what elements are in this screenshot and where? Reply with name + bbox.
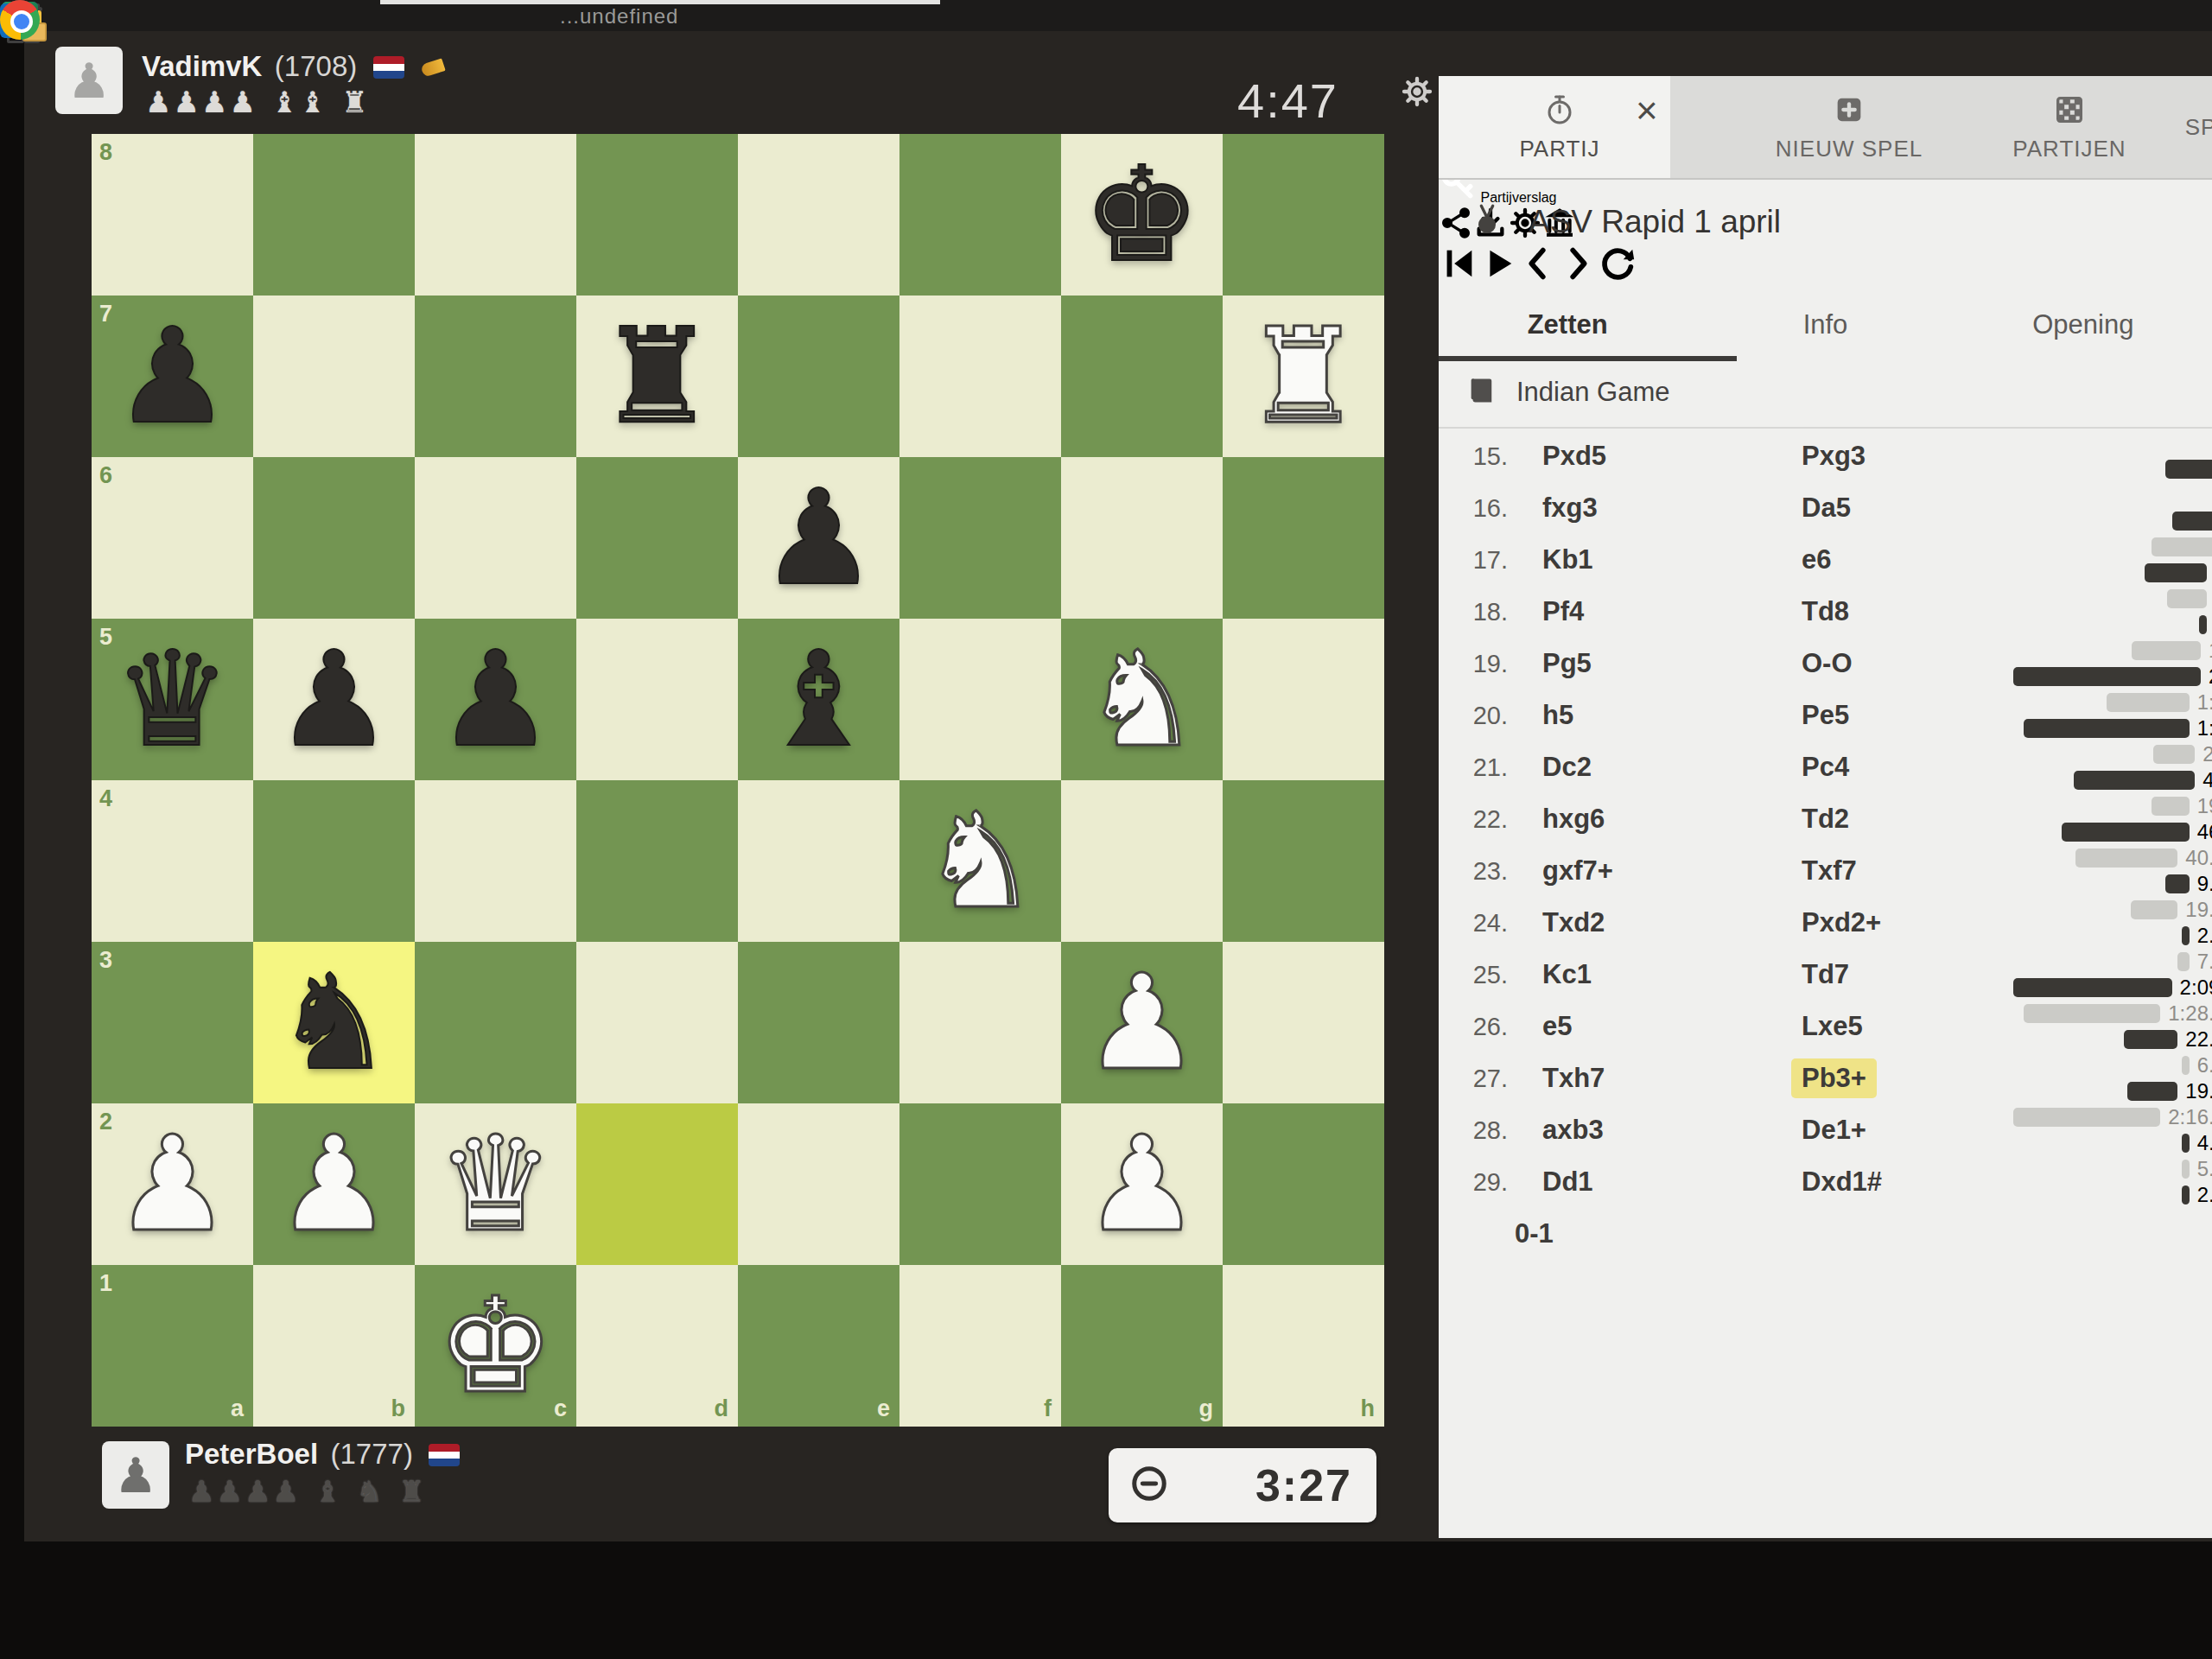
captured-knight: ♞: [356, 1474, 384, 1509]
time-bar: [2145, 563, 2207, 582]
square-f5[interactable]: [899, 619, 1061, 780]
square-h2[interactable]: [1223, 1103, 1384, 1265]
top-player-name[interactable]: VadimvK: [142, 50, 262, 82]
subtab-zetten[interactable]: Zetten: [1439, 290, 1696, 359]
move-number: 20.: [1439, 702, 1508, 730]
square-d3[interactable]: [576, 942, 738, 1103]
move-times-column: 2251:2:1:01:0224719.46.40.29.819.52.87.5…: [2013, 430, 2212, 1208]
captured-rook-group: ♜: [398, 1474, 426, 1509]
pawn-avatar-glyph: ♟: [67, 53, 111, 109]
move-number: 21.: [1439, 753, 1508, 782]
time-bar: [2024, 1004, 2160, 1023]
file-label-d: d: [715, 1395, 729, 1422]
move-number: 15.: [1439, 442, 1508, 471]
square-a2[interactable]: 2♟: [92, 1103, 253, 1265]
square-h1[interactable]: h: [1223, 1265, 1384, 1427]
stopwatch-icon: [1544, 92, 1575, 127]
square-b4[interactable]: [253, 780, 415, 942]
move-number: 24.: [1439, 909, 1508, 938]
screen: { "game": "chess", "position": { "fen": …: [0, 0, 2212, 1659]
piece-black-pawn[interactable]: ♟: [253, 619, 415, 780]
square-b2[interactable]: ♟: [253, 1103, 415, 1265]
pawn-avatar-glyph: ♟: [114, 1447, 157, 1503]
piece-white-king[interactable]: ♚: [415, 1265, 576, 1427]
play-icon[interactable]: [1478, 271, 1518, 286]
piece-black-queen[interactable]: ♛: [92, 619, 253, 780]
square-g1[interactable]: g: [1061, 1265, 1223, 1427]
rank-label-6: 6: [99, 462, 112, 489]
move-number: 18.: [1439, 598, 1508, 626]
skip-start-icon[interactable]: [1439, 271, 1478, 286]
chevron-left-icon[interactable]: [1518, 271, 1558, 286]
tournament-row[interactable]: ASV Rapid 1 april: [1439, 192, 2212, 252]
square-d2[interactable]: [576, 1103, 738, 1265]
move-white[interactable]: Pf4: [1542, 596, 1584, 627]
time-row-black: 5: [2013, 612, 2212, 638]
square-d5[interactable]: [576, 619, 738, 780]
move-black-highlighted[interactable]: Pb3+: [1791, 1058, 1877, 1098]
piece-white-knight[interactable]: ♞: [899, 780, 1061, 942]
bottom-player-name[interactable]: PeterBoel: [185, 1438, 318, 1470]
time-value: 19.9: [2185, 1079, 2212, 1103]
piece-black-king[interactable]: ♚: [1061, 134, 1223, 296]
time-row-white: 1:0: [2013, 690, 2212, 715]
time-row-black: 47: [2013, 767, 2212, 793]
time-row-black: 4.0: [2013, 1130, 2212, 1156]
time-bar: [2013, 1108, 2160, 1127]
time-row-white: 5.8: [2013, 1156, 2212, 1182]
move-number: 23.: [1439, 857, 1508, 886]
captured-pawn: ♟: [201, 85, 229, 119]
time-bar: [2013, 978, 2172, 997]
move-white[interactable]: axb3: [1542, 1115, 1604, 1146]
captured-pawn: ♟: [245, 1474, 272, 1509]
game-result: 0-1: [1515, 1218, 1554, 1249]
time-bar: [2107, 693, 2190, 712]
time-value: 19.: [2197, 794, 2212, 818]
move-white[interactable]: Pg5: [1542, 648, 1592, 679]
bullet-badge-icon: [420, 58, 445, 77]
time-bar: [2165, 874, 2190, 893]
url-fragment-text: ...undefined: [560, 4, 678, 29]
piece-white-queen[interactable]: ♛: [415, 1103, 576, 1265]
time-bar: [2165, 460, 2212, 479]
move-number: 17.: [1439, 546, 1508, 575]
tab-partij[interactable]: PARTIJ: [1491, 76, 1629, 178]
square-e3[interactable]: [738, 942, 899, 1103]
square-a8[interactable]: 8: [92, 134, 253, 296]
captured-pawn: ♟: [216, 1474, 244, 1509]
move-black[interactable]: Pxd2+: [1802, 907, 1881, 938]
time-bar: [2199, 615, 2207, 634]
captured-pawn: ♟: [173, 85, 200, 119]
time-bar: [2013, 667, 2201, 686]
move-black[interactable]: Txf7: [1802, 855, 1857, 887]
square-f3[interactable]: [899, 942, 1061, 1103]
time-row-white: 2: [2013, 586, 2212, 612]
piece-black-pawn[interactable]: ♟: [415, 619, 576, 780]
captured-knight-group: ♞: [356, 1474, 384, 1509]
captured-rook: ♜: [341, 85, 369, 119]
move-white[interactable]: Kc1: [1542, 959, 1592, 990]
captured-pawn-group: ♟♟♟♟: [145, 85, 257, 119]
main-tabstrip: PARTIJNIEUW SPELPARTIJENSP×: [1439, 76, 2212, 180]
close-icon[interactable]: ×: [1636, 92, 1658, 130]
captured-rook: ♜: [398, 1474, 426, 1509]
captured-pawn: ♟: [229, 85, 257, 119]
time-bar: [2167, 589, 2207, 608]
browser-strip: ...undefined: [0, 0, 2212, 31]
square-e5[interactable]: ♝: [738, 619, 899, 780]
time-row-black: [2013, 508, 2212, 534]
time-row-black: 9.8: [2013, 871, 2212, 897]
time-value: 1:: [2209, 639, 2212, 663]
piece-white-pawn[interactable]: ♟: [1061, 1103, 1223, 1265]
piece-black-knight[interactable]: ♞: [253, 942, 415, 1103]
tab-label: PARTIJ: [1519, 136, 1599, 162]
tournament-name: ASV Rapid 1 april: [1529, 204, 1781, 240]
square-c1[interactable]: c♚: [415, 1265, 576, 1427]
move-white[interactable]: Txh7: [1542, 1063, 1605, 1094]
move-white[interactable]: hxg6: [1542, 804, 1605, 835]
chess-board: 8♚7♟♜♜6♟5♛♟♟♝♞4♞3♞♟2♟♟♛♟1abc♚defgh: [92, 134, 1384, 1427]
rank-label-4: 4: [99, 785, 112, 812]
captured-rook-group: ♜: [341, 85, 369, 119]
square-g3[interactable]: ♟: [1061, 942, 1223, 1103]
plus-square-icon: [1832, 92, 1866, 127]
time-row-white: 1:28.8: [2013, 1001, 2212, 1027]
time-row-white: 22: [2013, 741, 2212, 767]
piece-black-bishop[interactable]: ♝: [738, 619, 899, 780]
rank-label-8: 8: [99, 139, 112, 166]
time-bar: [2131, 900, 2177, 919]
bottom-clock-time: 3:27: [1255, 1459, 1352, 1511]
move-number: 16.: [1439, 494, 1508, 523]
square-f7[interactable]: [899, 296, 1061, 457]
time-bar: [2074, 771, 2195, 790]
board-grid-icon: [2052, 92, 2087, 127]
square-g7[interactable]: [1061, 296, 1223, 457]
chevron-right-icon[interactable]: [1558, 271, 1598, 286]
piece-black-rook[interactable]: ♜: [576, 296, 738, 457]
time-bar: [2152, 797, 2190, 816]
square-c6[interactable]: [415, 457, 576, 619]
captured-pawn-group: ♟♟♟♟: [188, 1474, 301, 1509]
file-label-g: g: [1199, 1395, 1214, 1422]
time-bar: [2182, 926, 2190, 945]
tab-label: PARTIJEN: [2012, 136, 2126, 162]
book-icon: [1466, 375, 1497, 410]
square-c3[interactable]: [415, 942, 576, 1103]
time-bar: [2152, 537, 2212, 556]
square-d4[interactable]: [576, 780, 738, 942]
square-b1[interactable]: b: [253, 1265, 415, 1427]
move-number: 28.: [1439, 1116, 1508, 1145]
time-row-white: [2013, 534, 2212, 560]
time-row-black: 1:0: [2013, 715, 2212, 741]
captured-pawn: ♟: [188, 1474, 216, 1509]
square-c2[interactable]: ♛: [415, 1103, 576, 1265]
time-row-white: [2013, 482, 2212, 508]
time-value: 7.5: [2197, 950, 2212, 974]
square-h3[interactable]: [1223, 942, 1384, 1103]
square-d6[interactable]: [576, 457, 738, 619]
time-row-black: [2013, 456, 2212, 482]
time-value: 1:28.8: [2168, 1001, 2212, 1026]
move-number: 22.: [1439, 805, 1508, 834]
time-value: 2.8: [2197, 924, 2212, 948]
square-a1[interactable]: 1a: [92, 1265, 253, 1427]
square-h5[interactable]: [1223, 619, 1384, 780]
captured-bishop: ♝: [315, 1474, 342, 1509]
time-value: 40.2: [2185, 846, 2212, 870]
tab-partijen[interactable]: PARTIJEN: [1940, 76, 2199, 178]
square-c8[interactable]: [415, 134, 576, 296]
move-white[interactable]: Txd2: [1542, 907, 1605, 938]
piece-black-pawn[interactable]: ♟: [738, 457, 899, 619]
square-h7[interactable]: ♜: [1223, 296, 1384, 457]
time-bar: [2182, 1056, 2190, 1075]
square-g4[interactable]: [1061, 780, 1223, 942]
time-bar: [2182, 1160, 2190, 1179]
time-row-white: 2:16.0: [2013, 1104, 2212, 1130]
minus-circle-icon[interactable]: [1129, 1464, 1169, 1507]
time-bar: [2124, 1030, 2177, 1049]
square-g5[interactable]: ♞: [1061, 619, 1223, 780]
time-row-white: 6.6: [2013, 1052, 2212, 1078]
file-label-f: f: [1044, 1395, 1052, 1422]
captured-bishop: ♝: [299, 85, 327, 119]
opening-name: Indian Game: [1516, 377, 1670, 408]
time-row-black: 22.3: [2013, 1027, 2212, 1052]
divider: [1439, 427, 2212, 429]
piece-white-knight[interactable]: ♞: [1061, 619, 1223, 780]
captured-pawn: ♟: [145, 85, 173, 119]
square-e2[interactable]: [738, 1103, 899, 1265]
time-value: 22: [2202, 742, 2212, 766]
tab-sp[interactable]: SP: [2175, 76, 2212, 178]
move-black[interactable]: Pc4: [1802, 752, 1849, 783]
piece-white-rook[interactable]: ♜: [1223, 296, 1384, 457]
piece-white-pawn[interactable]: ♟: [92, 1103, 253, 1265]
rank-label-1: 1: [99, 1270, 112, 1297]
square-f8[interactable]: [899, 134, 1061, 296]
square-e1[interactable]: e: [738, 1265, 899, 1427]
captured-bishop-group: ♝♝: [271, 85, 327, 119]
file-label-e: e: [877, 1395, 890, 1422]
move-black[interactable]: Pe5: [1802, 700, 1849, 731]
top-player-row: VadimvK (1708): [142, 50, 444, 83]
time-row-black: 2: [2013, 560, 2212, 586]
move-white[interactable]: Dc2: [1542, 752, 1592, 783]
time-row-white: 1:: [2013, 638, 2212, 664]
gear-icon[interactable]: [1400, 74, 1434, 112]
move-number: 27.: [1439, 1065, 1508, 1093]
move-black[interactable]: De1+: [1802, 1115, 1866, 1146]
square-a7[interactable]: 7♟: [92, 296, 253, 457]
medal-icon: [1470, 201, 1504, 243]
time-value: 1:0: [2197, 716, 2212, 741]
time-bar: [2182, 1134, 2190, 1153]
piece-white-pawn[interactable]: ♟: [253, 1103, 415, 1265]
time-row-white: 19.: [2013, 793, 2212, 819]
square-c5[interactable]: ♟: [415, 619, 576, 780]
move-white[interactable]: gxf7+: [1542, 855, 1613, 887]
top-clock: 4:47: [1237, 73, 1338, 129]
square-d8[interactable]: [576, 134, 738, 296]
square-e7[interactable]: [738, 296, 899, 457]
move-black[interactable]: e6: [1802, 544, 1831, 575]
square-a6[interactable]: 6: [92, 457, 253, 619]
square-a4[interactable]: 4: [92, 780, 253, 942]
move-black[interactable]: Lxe5: [1802, 1011, 1863, 1042]
time-value: 2:: [2209, 664, 2212, 689]
square-b5[interactable]: ♟: [253, 619, 415, 780]
square-g8[interactable]: ♚: [1061, 134, 1223, 296]
captured-bishop: ♝: [271, 85, 299, 119]
time-value: 5.8: [2197, 1157, 2212, 1181]
subtab-info[interactable]: Info: [1696, 290, 1954, 359]
time-bar: [2177, 952, 2190, 971]
netherlands-flag-icon: [373, 56, 404, 79]
square-c7[interactable]: [415, 296, 576, 457]
time-value: 2:09.: [2180, 976, 2212, 1000]
bottom-clock: 3:27: [1109, 1448, 1376, 1522]
move-black[interactable]: Td8: [1802, 596, 1849, 627]
tab-label: SP: [2185, 114, 2212, 141]
bottom-player-row: PeterBoel (1777): [185, 1438, 460, 1471]
square-e8[interactable]: [738, 134, 899, 296]
active-subtab-underline: [1439, 356, 1737, 361]
time-row-white: 7.5: [2013, 949, 2212, 975]
square-d7[interactable]: ♜: [576, 296, 738, 457]
time-value: 9.8: [2197, 872, 2212, 896]
captured-bishop-group: ♝: [315, 1474, 342, 1509]
move-black[interactable]: Dxd1#: [1802, 1166, 1882, 1198]
time-value: 1:0: [2197, 690, 2212, 715]
square-f4[interactable]: ♞: [899, 780, 1061, 942]
move-number: 26.: [1439, 1013, 1508, 1041]
time-row-white: [2013, 430, 2212, 456]
time-row-black: 2.8: [2013, 923, 2212, 949]
time-value: 4.0: [2197, 1131, 2212, 1155]
file-label-a: a: [231, 1395, 244, 1422]
square-h4[interactable]: [1223, 780, 1384, 942]
piece-white-pawn[interactable]: ♟: [1061, 942, 1223, 1103]
netherlands-flag-icon: [429, 1444, 460, 1466]
time-row-black: 2:09.: [2013, 975, 2212, 1001]
time-bar: [2153, 745, 2195, 764]
time-row-black: 46.: [2013, 819, 2212, 845]
time-row-white: 40.2: [2013, 845, 2212, 871]
time-bar: [2182, 1185, 2190, 1205]
square-b6[interactable]: [253, 457, 415, 619]
square-f6[interactable]: [899, 457, 1061, 619]
time-bar: [2024, 719, 2190, 738]
square-c4[interactable]: [415, 780, 576, 942]
avatar[interactable]: ♟: [102, 1441, 169, 1509]
time-row-black: 2.2: [2013, 1182, 2212, 1208]
time-bar: [2075, 849, 2177, 868]
time-row-black: 19.9: [2013, 1078, 2212, 1104]
time-value: 19.5: [2185, 898, 2212, 922]
move-black[interactable]: Td7: [1802, 959, 1849, 990]
top-player-rating: (1708): [275, 50, 357, 82]
time-value: 6.6: [2197, 1053, 2212, 1077]
square-g2[interactable]: ♟: [1061, 1103, 1223, 1265]
subtab-opening[interactable]: Opening: [1955, 290, 2212, 359]
time-bar: [2172, 512, 2212, 531]
square-h8[interactable]: [1223, 134, 1384, 296]
time-bar: [2132, 641, 2201, 660]
piece-black-pawn[interactable]: ♟: [92, 296, 253, 457]
square-b8[interactable]: [253, 134, 415, 296]
file-label-h: h: [1361, 1395, 1376, 1422]
opening-row[interactable]: Indian Game: [1439, 372, 2212, 413]
square-b7[interactable]: [253, 296, 415, 457]
time-value: 2.2: [2197, 1183, 2212, 1207]
reload-icon[interactable]: [1598, 271, 1637, 286]
tab-label: NIEUW SPEL: [1776, 136, 1923, 162]
time-value: 22.3: [2185, 1027, 2212, 1052]
time-bar: [2127, 1082, 2177, 1101]
bottom-player-rating: (1777): [331, 1438, 413, 1470]
time-value: 2:16.0: [2168, 1105, 2212, 1129]
move-black[interactable]: Da5: [1802, 493, 1851, 524]
time-bar: [2062, 823, 2190, 842]
move-black[interactable]: Pxg3: [1802, 441, 1866, 472]
move-white[interactable]: Pxd5: [1542, 441, 1606, 472]
move-black[interactable]: Td2: [1802, 804, 1849, 835]
time-value: 46.: [2197, 820, 2212, 844]
time-row-white: 19.5: [2013, 897, 2212, 923]
captured-pawn: ♟: [272, 1474, 300, 1509]
move-white[interactable]: e5: [1542, 1011, 1572, 1042]
windows-taskbar: WXO: [0, 0, 40, 40]
square-g6[interactable]: [1061, 457, 1223, 619]
square-f1[interactable]: f: [899, 1265, 1061, 1427]
square-d1[interactable]: d: [576, 1265, 738, 1427]
captured-pieces-top: ♟♟♟♟♝♝♜: [145, 85, 383, 119]
move-white[interactable]: Dd1: [1542, 1166, 1593, 1198]
square-b3[interactable]: ♞: [253, 942, 415, 1103]
square-f2[interactable]: [899, 1103, 1061, 1265]
time-row-black: 2:: [2013, 664, 2212, 690]
move-number: 29.: [1439, 1168, 1508, 1197]
square-h6[interactable]: [1223, 457, 1384, 619]
square-e6[interactable]: ♟: [738, 457, 899, 619]
move-number: 19.: [1439, 650, 1508, 678]
subtabs: ZettenInfoOpening: [1439, 290, 2212, 359]
avatar[interactable]: ♟: [55, 47, 123, 114]
time-value: 47: [2202, 768, 2212, 792]
move-black[interactable]: O-O: [1802, 648, 1853, 679]
rank-label-3: 3: [99, 947, 112, 974]
square-a3[interactable]: 3: [92, 942, 253, 1103]
square-a5[interactable]: 5♛: [92, 619, 253, 780]
move-white[interactable]: Kb1: [1542, 544, 1593, 575]
square-e4[interactable]: [738, 780, 899, 942]
move-number: 25.: [1439, 961, 1508, 989]
file-label-b: b: [391, 1395, 406, 1422]
captured-pieces-bottom: ♟♟♟♟♝♞♜: [188, 1474, 440, 1509]
move-white[interactable]: fxg3: [1542, 493, 1598, 524]
move-white[interactable]: h5: [1542, 700, 1573, 731]
